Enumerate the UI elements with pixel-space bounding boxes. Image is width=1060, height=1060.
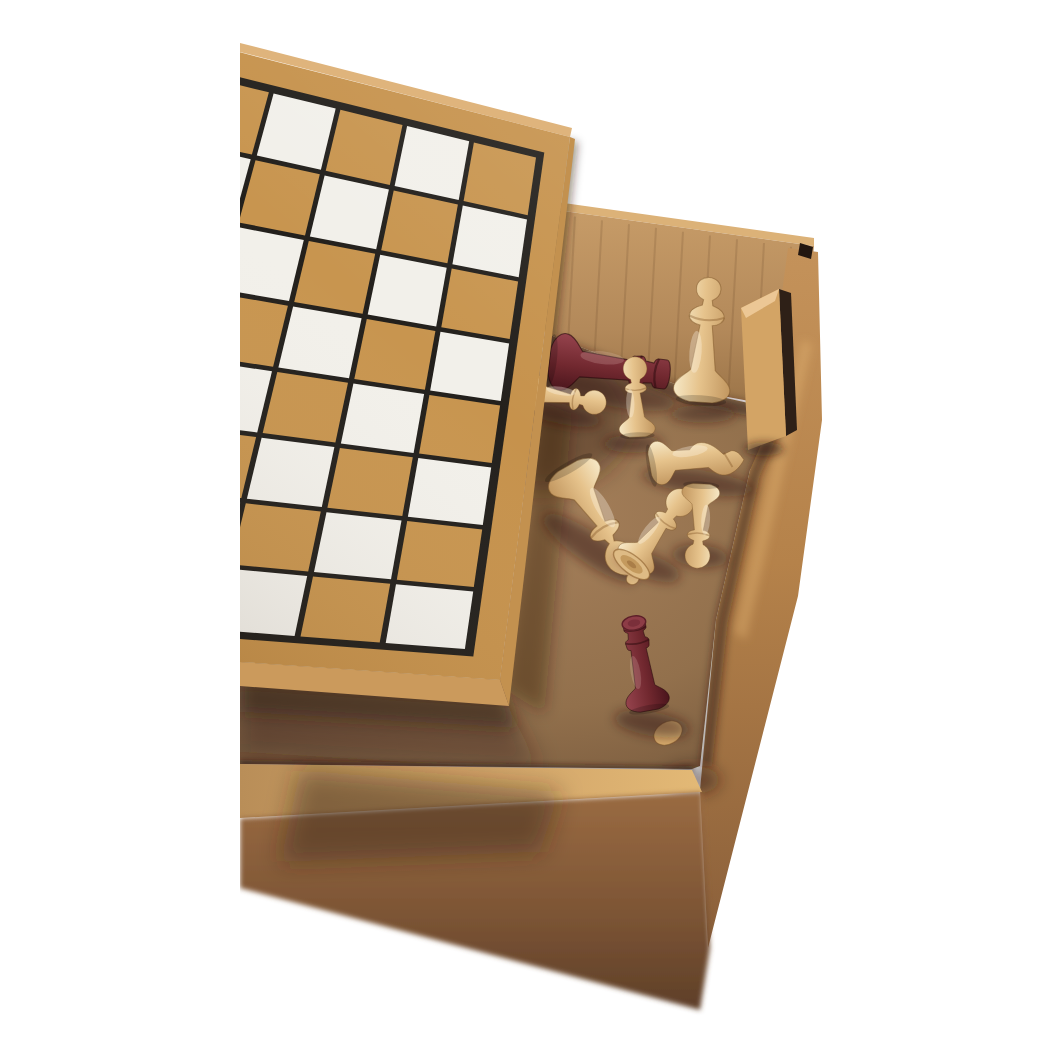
board-square-4-2 (28, 338, 120, 412)
board-lighting (0, 0, 570, 680)
board-square-0-2 (119, 61, 202, 139)
board-square-0-1 (50, 45, 135, 125)
chess-set-photo (0, 0, 1060, 1060)
white-queen-standing-shadow (670, 405, 736, 423)
board-square-3-2 (51, 269, 141, 344)
board-square-2-0 (0, 172, 18, 251)
board-square-7-4 (130, 561, 224, 629)
board-square-1-3 (167, 145, 250, 221)
board-square-7-3 (45, 554, 141, 623)
board-square-5-2 (5, 407, 99, 480)
board-square-2-1 (0, 186, 90, 263)
board-square-0-0 (0, 28, 69, 109)
board-square-3-3 (127, 281, 215, 355)
board-square-4-3 (106, 349, 196, 422)
board-square-7-2 (0, 546, 58, 617)
board-square-6-3 (66, 485, 160, 556)
board-square-1-1 (25, 115, 113, 194)
board-square-1-0 (0, 100, 43, 180)
chessboard-lid (0, 0, 575, 706)
board-square-3-1 (0, 256, 67, 332)
divider-base-shadow (744, 442, 784, 456)
board-square-6-2 (0, 477, 79, 549)
board-square-6-4 (148, 494, 240, 563)
board-square-4-1 (0, 327, 44, 402)
board-square-2-3 (147, 213, 232, 288)
photo-stage (0, 0, 1060, 1060)
board-square-1-2 (96, 130, 181, 207)
board-square-5-3 (86, 417, 178, 489)
board-square-2-2 (74, 199, 162, 275)
board-square-5-1 (0, 397, 21, 471)
